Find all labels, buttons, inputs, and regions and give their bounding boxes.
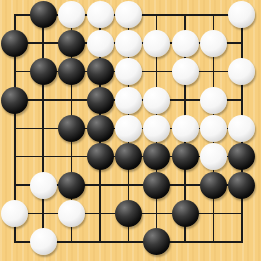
intersection[interactable]: [171, 29, 199, 57]
intersection[interactable]: [199, 29, 227, 57]
white-stone: [172, 58, 199, 85]
intersection[interactable]: [86, 29, 114, 57]
intersection[interactable]: [58, 228, 86, 256]
black-stone: [87, 58, 114, 85]
intersection[interactable]: [1, 143, 29, 171]
white-stone: [200, 143, 227, 170]
board: [1, 1, 256, 256]
intersection[interactable]: [29, 29, 57, 57]
go-board-app: [0, 0, 261, 261]
intersection[interactable]: [1, 58, 29, 86]
black-stone: [58, 172, 85, 199]
intersection[interactable]: [86, 171, 114, 199]
intersection[interactable]: [199, 86, 227, 114]
white-stone: [115, 30, 142, 57]
intersection[interactable]: [1, 171, 29, 199]
white-stone: [200, 115, 227, 142]
intersection[interactable]: [143, 86, 171, 114]
intersection[interactable]: [143, 143, 171, 171]
white-stone: [228, 58, 255, 85]
white-stone: [58, 200, 85, 227]
intersection[interactable]: [228, 29, 256, 57]
intersection[interactable]: [58, 143, 86, 171]
intersection[interactable]: [171, 58, 199, 86]
intersection[interactable]: [171, 228, 199, 256]
intersection[interactable]: [114, 114, 142, 142]
white-stone: [228, 1, 255, 28]
intersection[interactable]: [228, 199, 256, 227]
black-stone: [87, 143, 114, 170]
intersection[interactable]: [29, 86, 57, 114]
white-stone: [87, 30, 114, 57]
intersection[interactable]: [228, 1, 256, 29]
intersection[interactable]: [171, 114, 199, 142]
black-stone: [143, 228, 170, 255]
intersection[interactable]: [143, 58, 171, 86]
intersection[interactable]: [29, 114, 57, 142]
intersection[interactable]: [86, 199, 114, 227]
black-stone: [143, 172, 170, 199]
intersection[interactable]: [199, 228, 227, 256]
intersection[interactable]: [114, 58, 142, 86]
intersection[interactable]: [58, 86, 86, 114]
intersection[interactable]: [199, 171, 227, 199]
white-stone: [172, 30, 199, 57]
intersection[interactable]: [58, 29, 86, 57]
intersection[interactable]: [86, 143, 114, 171]
intersection[interactable]: [228, 171, 256, 199]
black-stone: [143, 143, 170, 170]
black-stone: [115, 143, 142, 170]
intersection[interactable]: [114, 199, 142, 227]
intersection[interactable]: [199, 114, 227, 142]
intersection[interactable]: [86, 1, 114, 29]
intersection[interactable]: [228, 228, 256, 256]
black-stone: [87, 115, 114, 142]
intersection[interactable]: [29, 58, 57, 86]
black-stone: [172, 143, 199, 170]
intersection[interactable]: [114, 228, 142, 256]
intersection[interactable]: [199, 199, 227, 227]
intersection[interactable]: [114, 143, 142, 171]
intersection[interactable]: [29, 228, 57, 256]
intersection[interactable]: [58, 199, 86, 227]
black-stone: [30, 58, 57, 85]
black-stone: [30, 1, 57, 28]
white-stone: [1, 200, 28, 227]
intersection[interactable]: [1, 29, 29, 57]
intersection[interactable]: [199, 1, 227, 29]
black-stone: [87, 87, 114, 114]
intersection[interactable]: [114, 171, 142, 199]
intersection[interactable]: [86, 58, 114, 86]
intersection[interactable]: [1, 86, 29, 114]
white-stone: [200, 87, 227, 114]
intersection[interactable]: [1, 114, 29, 142]
white-stone: [143, 115, 170, 142]
white-stone: [172, 115, 199, 142]
intersection[interactable]: [143, 114, 171, 142]
intersection[interactable]: [86, 86, 114, 114]
intersection[interactable]: [228, 58, 256, 86]
black-stone: [58, 30, 85, 57]
intersection[interactable]: [171, 1, 199, 29]
intersection[interactable]: [29, 171, 57, 199]
intersection[interactable]: [143, 1, 171, 29]
black-stone: [200, 172, 227, 199]
intersection[interactable]: [171, 171, 199, 199]
black-stone: [1, 87, 28, 114]
white-stone: [115, 87, 142, 114]
intersection[interactable]: [29, 199, 57, 227]
intersection[interactable]: [228, 143, 256, 171]
white-stone: [87, 1, 114, 28]
black-stone: [58, 115, 85, 142]
white-stone: [30, 172, 57, 199]
intersection[interactable]: [58, 171, 86, 199]
black-stone: [172, 200, 199, 227]
white-stone: [228, 115, 255, 142]
intersection[interactable]: [143, 199, 171, 227]
intersection[interactable]: [29, 1, 57, 29]
black-stone: [1, 30, 28, 57]
white-stone: [115, 1, 142, 28]
intersection[interactable]: [29, 143, 57, 171]
intersection[interactable]: [86, 114, 114, 142]
intersection[interactable]: [58, 1, 86, 29]
intersection[interactable]: [171, 86, 199, 114]
white-stone: [115, 115, 142, 142]
intersection[interactable]: [86, 228, 114, 256]
black-stone: [228, 172, 255, 199]
intersection[interactable]: [199, 143, 227, 171]
white-stone: [58, 1, 85, 28]
intersection[interactable]: [171, 199, 199, 227]
white-stone: [30, 228, 57, 255]
white-stone: [143, 87, 170, 114]
intersection[interactable]: [171, 143, 199, 171]
intersection[interactable]: [199, 58, 227, 86]
white-stone: [143, 30, 170, 57]
intersection[interactable]: [143, 29, 171, 57]
intersection[interactable]: [228, 86, 256, 114]
white-stone: [200, 30, 227, 57]
intersection[interactable]: [114, 1, 142, 29]
intersection[interactable]: [114, 86, 142, 114]
black-stone: [228, 143, 255, 170]
intersection[interactable]: [114, 29, 142, 57]
intersection[interactable]: [58, 114, 86, 142]
intersection[interactable]: [58, 58, 86, 86]
intersection[interactable]: [1, 228, 29, 256]
intersection[interactable]: [1, 1, 29, 29]
black-stone: [115, 200, 142, 227]
intersection[interactable]: [228, 114, 256, 142]
white-stone: [115, 58, 142, 85]
intersection[interactable]: [1, 199, 29, 227]
black-stone: [58, 58, 85, 85]
intersection[interactable]: [143, 171, 171, 199]
intersection[interactable]: [143, 228, 171, 256]
